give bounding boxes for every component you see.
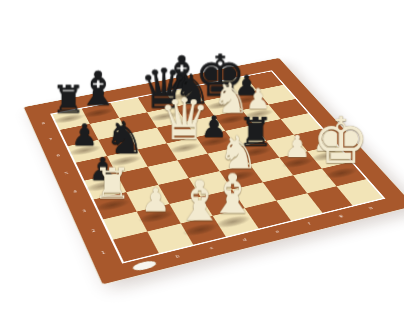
piece-white-rook-a3[interactable]: ♜ [93, 162, 132, 205]
rank-label: 7 [49, 138, 53, 141]
rank-label: 3 [82, 209, 87, 213]
piece-black-pawn-a6[interactable]: ♟ [71, 120, 98, 150]
file-label: g [338, 214, 344, 218]
rank-label: 8 [41, 122, 45, 125]
piece-white-king-h2[interactable]: ♚ [313, 109, 370, 173]
file-label: e [275, 230, 280, 234]
piece-black-rook-a8[interactable]: ♜ [51, 81, 85, 119]
piece-white-pawn-g3[interactable]: ♟ [284, 132, 311, 162]
chess-board: 8a7b6c5d4e3f2g1h♜♝♝♛♞♚♟♟♞♟♟♜♛♞♟♜♞♟♟♟♝♝♚ [24, 58, 404, 284]
rank-label: 4 [73, 190, 78, 194]
piece-white-bishop-c1[interactable]: ♝ [175, 174, 225, 230]
file-label: c [209, 246, 214, 250]
file-label: h [368, 206, 374, 210]
file-label: b [175, 254, 180, 258]
file-label: f [307, 222, 311, 226]
rank-label: 6 [56, 154, 60, 157]
piece-white-queen-d5[interactable]: ♛ [159, 90, 211, 148]
product-photo-canvas: 8a7b6c5d4e3f2g1h♜♝♝♛♞♚♟♟♞♟♟♜♛♞♟♜♞♟♟♟♝♝♚ [0, 0, 404, 315]
rank-label: 5 [64, 172, 69, 176]
rank-label: 1 [101, 251, 106, 255]
rank-label: 2 [91, 229, 96, 233]
file-label: d [242, 238, 248, 242]
brand-badge [132, 260, 157, 272]
piece-white-pawn-b2[interactable]: ♟ [141, 184, 170, 217]
scene: 8a7b6c5d4e3f2g1h♜♝♝♛♞♚♟♟♞♟♟♜♛♞♟♜♞♟♟♟♝♝♚ [0, 0, 404, 315]
